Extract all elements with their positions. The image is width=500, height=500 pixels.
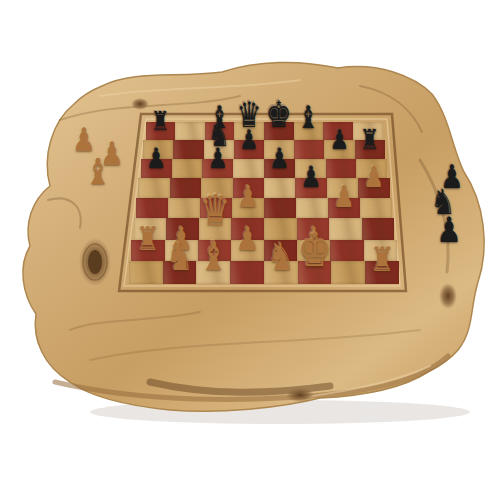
piece-white-knight-e1[interactable]: ♞ [267,237,295,276]
square-g3[interactable] [329,218,362,239]
piece-white-pawn-h5[interactable]: ♟ [363,163,384,192]
piece-black-pawn-f5[interactable]: ♟ [301,163,322,192]
captured-black-pawn[interactable]: ♟ [436,213,461,248]
piece-white-pawn-d4[interactable]: ♟ [237,182,259,212]
square-g1[interactable] [331,261,365,283]
piece-black-pawn-g7[interactable]: ♟ [330,126,349,153]
square-a5[interactable] [138,178,169,198]
square-b8[interactable] [175,122,205,140]
piece-white-bishop-c1[interactable]: ♝ [199,236,228,276]
piece-white-rook-a2[interactable]: ♜ [136,222,159,255]
square-d6[interactable] [233,159,264,178]
piece-black-pawn-a6[interactable]: ♟ [146,144,166,172]
captured-white-bishop[interactable]: ♝ [85,154,111,190]
piece-white-rook-h1[interactable]: ♜ [370,243,394,277]
square-b7[interactable] [173,140,203,159]
square-e4[interactable] [264,198,296,219]
piece-black-king-e8[interactable]: ♚ [266,96,292,132]
piece-black-rook-h7[interactable]: ♜ [360,126,379,153]
piece-black-bishop-f8[interactable]: ♝ [297,103,319,134]
square-d1[interactable] [230,261,264,283]
square-h4[interactable] [360,198,392,219]
piece-black-pawn-c6[interactable]: ♟ [208,144,228,172]
photo-scene: ♜♝♛♚♝♞♟♟♜♟♟♟♟♟♟♟♛♜♟♟♟♞♝♞♚♜ ♟♟♝ ♟♞♟ [0,0,500,500]
piece-white-pawn-d2[interactable]: ♟ [236,222,259,255]
square-g6[interactable] [326,159,357,178]
piece-white-king-f1[interactable]: ♚ [298,227,332,274]
piece-white-pawn-g4[interactable]: ♟ [333,182,355,212]
square-e5[interactable] [264,178,295,198]
piece-black-rook-a8[interactable]: ♜ [151,109,170,135]
square-b4[interactable] [168,198,200,219]
square-h3[interactable] [362,218,395,239]
square-f7[interactable] [294,140,324,159]
square-b5[interactable] [170,178,201,198]
square-a4[interactable] [136,198,168,219]
piece-white-knight-b1[interactable]: ♞ [166,237,194,276]
piece-black-pawn-d7[interactable]: ♟ [239,126,258,153]
square-g2[interactable] [330,240,363,262]
square-b6[interactable] [172,159,203,178]
piece-white-queen-c3[interactable]: ♛ [200,189,231,232]
square-f4[interactable] [296,198,328,219]
piece-black-pawn-e6[interactable]: ♟ [269,144,289,172]
board-row-rank-6 [141,159,387,178]
square-a1[interactable] [129,261,163,283]
